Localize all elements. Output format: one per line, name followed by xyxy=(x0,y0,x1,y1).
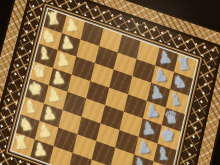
black-pawn: ♟ xyxy=(148,84,165,102)
white-king: ♚ xyxy=(26,80,43,98)
white-pawn: ♟ xyxy=(31,140,48,158)
black-pawn: ♟ xyxy=(156,49,173,67)
black-king: ♚ xyxy=(158,126,175,144)
white-rook: ♜ xyxy=(12,134,29,152)
mosaic-border: ♜♟♟♜♞♟♟♞♝♟♟♝♛♟♟♛♚♟♟♚♝♟♟♝♞♟♟♞♜♟♟♜ xyxy=(0,0,220,165)
chess-board-photo: ♜♟♟♜♞♟♟♞♝♟♟♝♛♟♟♛♚♟♟♚♝♟♟♝♞♟♟♞♜♟♟♜ xyxy=(0,0,220,165)
white-pawn: ♟ xyxy=(63,17,80,35)
mosaic-outer-frame: ♜♟♟♜♞♟♟♞♝♟♟♝♛♟♟♛♚♟♟♚♝♟♟♝♞♟♟♞♜♟♟♜ xyxy=(0,0,220,165)
white-knight: ♞ xyxy=(17,116,34,134)
black-pawn: ♟ xyxy=(131,156,148,165)
white-pawn: ♟ xyxy=(36,122,53,140)
chess-board-grid: ♜♟♟♜♞♟♟♞♝♟♟♝♛♟♟♛♚♟♟♚♝♟♟♝♞♟♟♞♜♟♟♜ xyxy=(11,9,197,165)
white-bishop: ♝ xyxy=(36,45,53,63)
white-rook: ♜ xyxy=(45,10,61,27)
black-bishop: ♝ xyxy=(167,91,184,109)
white-pawn: ♟ xyxy=(45,87,62,105)
black-rook: ♜ xyxy=(175,55,192,73)
black-pawn: ♟ xyxy=(139,120,156,138)
white-pawn: ♟ xyxy=(54,51,71,69)
black-knight: ♞ xyxy=(150,163,167,165)
